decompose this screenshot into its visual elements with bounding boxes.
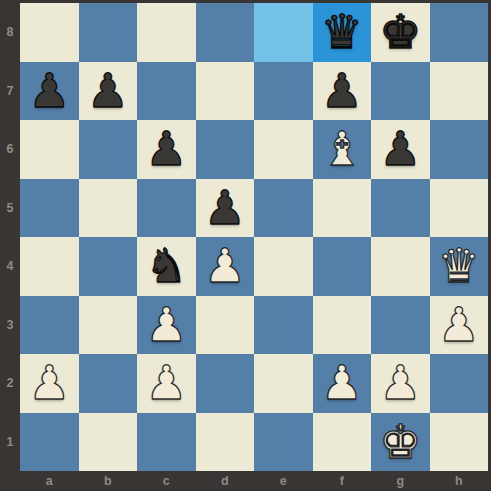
file-label-e: e — [254, 471, 313, 491]
square-a6[interactable] — [20, 120, 79, 179]
black-pawn[interactable]: ♟ — [87, 62, 129, 121]
square-d5[interactable]: ♟ — [196, 179, 255, 238]
white-pawn[interactable]: ♟ — [204, 237, 246, 296]
square-h5[interactable] — [430, 179, 489, 238]
square-b6[interactable] — [79, 120, 138, 179]
square-e5[interactable] — [254, 179, 313, 238]
black-pawn[interactable]: ♟ — [321, 62, 363, 121]
square-e4[interactable] — [254, 237, 313, 296]
rank-label-6: 6 — [0, 120, 20, 179]
black-queen[interactable]: ♛ — [321, 3, 363, 62]
square-h1[interactable] — [430, 413, 489, 472]
rank-label-4: 4 — [0, 237, 20, 296]
square-b4[interactable] — [79, 237, 138, 296]
square-d7[interactable] — [196, 62, 255, 121]
square-a3[interactable] — [20, 296, 79, 355]
square-g8[interactable]: ♚ — [371, 3, 430, 62]
black-knight[interactable]: ♞ — [145, 237, 187, 296]
square-f1[interactable] — [313, 413, 372, 472]
square-e3[interactable] — [254, 296, 313, 355]
square-c5[interactable] — [137, 179, 196, 238]
square-d2[interactable] — [196, 354, 255, 413]
black-pawn[interactable]: ♟ — [204, 179, 246, 238]
file-label-c: c — [137, 471, 196, 491]
white-king[interactable]: ♚ — [379, 413, 421, 472]
white-pawn[interactable]: ♟ — [145, 296, 187, 355]
square-a7[interactable]: ♟ — [20, 62, 79, 121]
square-a1[interactable] — [20, 413, 79, 472]
square-c6[interactable]: ♟ — [137, 120, 196, 179]
square-f7[interactable]: ♟ — [313, 62, 372, 121]
black-king[interactable]: ♚ — [379, 3, 421, 62]
square-f3[interactable] — [313, 296, 372, 355]
square-b5[interactable] — [79, 179, 138, 238]
square-f6[interactable]: ♝ — [313, 120, 372, 179]
square-f5[interactable] — [313, 179, 372, 238]
square-c7[interactable] — [137, 62, 196, 121]
square-d4[interactable]: ♟ — [196, 237, 255, 296]
square-b8[interactable] — [79, 3, 138, 62]
square-c8[interactable] — [137, 3, 196, 62]
white-pawn[interactable]: ♟ — [28, 354, 70, 413]
square-b3[interactable] — [79, 296, 138, 355]
square-h6[interactable] — [430, 120, 489, 179]
black-pawn[interactable]: ♟ — [28, 62, 70, 121]
black-pawn[interactable]: ♟ — [379, 120, 421, 179]
square-a8[interactable] — [20, 3, 79, 62]
rank-label-7: 7 — [0, 62, 20, 121]
white-pawn[interactable]: ♟ — [145, 354, 187, 413]
square-c1[interactable] — [137, 413, 196, 472]
rank-label-3: 3 — [0, 296, 20, 355]
square-f4[interactable] — [313, 237, 372, 296]
square-b2[interactable] — [79, 354, 138, 413]
square-g6[interactable]: ♟ — [371, 120, 430, 179]
file-label-g: g — [371, 471, 430, 491]
square-d8[interactable] — [196, 3, 255, 62]
square-a2[interactable]: ♟ — [20, 354, 79, 413]
square-d3[interactable] — [196, 296, 255, 355]
white-queen[interactable]: ♛ — [438, 237, 480, 296]
square-b7[interactable]: ♟ — [79, 62, 138, 121]
rank-labels: 87654321 — [0, 3, 20, 471]
rank-label-2: 2 — [0, 354, 20, 413]
square-a5[interactable] — [20, 179, 79, 238]
square-h4[interactable]: ♛ — [430, 237, 489, 296]
square-e7[interactable] — [254, 62, 313, 121]
square-h8[interactable] — [430, 3, 489, 62]
square-g5[interactable] — [371, 179, 430, 238]
square-d6[interactable] — [196, 120, 255, 179]
white-pawn[interactable]: ♟ — [438, 296, 480, 355]
square-f2[interactable]: ♟ — [313, 354, 372, 413]
square-c2[interactable]: ♟ — [137, 354, 196, 413]
square-c4[interactable]: ♞ — [137, 237, 196, 296]
square-g1[interactable]: ♚ — [371, 413, 430, 472]
square-h7[interactable] — [430, 62, 489, 121]
file-label-f: f — [313, 471, 372, 491]
square-g4[interactable] — [371, 237, 430, 296]
rank-label-8: 8 — [0, 3, 20, 62]
square-d1[interactable] — [196, 413, 255, 472]
file-label-d: d — [196, 471, 255, 491]
white-bishop[interactable]: ♝ — [321, 120, 363, 179]
square-h2[interactable] — [430, 354, 489, 413]
square-e8[interactable] — [254, 3, 313, 62]
square-a4[interactable] — [20, 237, 79, 296]
square-g3[interactable] — [371, 296, 430, 355]
square-h3[interactable]: ♟ — [430, 296, 489, 355]
file-label-b: b — [79, 471, 138, 491]
file-label-h: h — [430, 471, 489, 491]
rank-label-5: 5 — [0, 179, 20, 238]
white-pawn[interactable]: ♟ — [321, 354, 363, 413]
square-c3[interactable]: ♟ — [137, 296, 196, 355]
board-frame: 87654321 ♛♚♟♟♟♟♝♟♟♞♟♛♟♟♟♟♟♟♚ abcdefgh — [0, 0, 491, 491]
chess-board: ♛♚♟♟♟♟♝♟♟♞♟♛♟♟♟♟♟♟♚ — [20, 3, 488, 471]
black-pawn[interactable]: ♟ — [145, 120, 187, 179]
square-e2[interactable] — [254, 354, 313, 413]
square-e6[interactable] — [254, 120, 313, 179]
rank-label-1: 1 — [0, 413, 20, 472]
square-f8[interactable]: ♛ — [313, 3, 372, 62]
square-e1[interactable] — [254, 413, 313, 472]
white-pawn[interactable]: ♟ — [379, 354, 421, 413]
square-g2[interactable]: ♟ — [371, 354, 430, 413]
square-b1[interactable] — [79, 413, 138, 472]
square-g7[interactable] — [371, 62, 430, 121]
file-label-a: a — [20, 471, 79, 491]
file-labels: abcdefgh — [20, 471, 488, 491]
